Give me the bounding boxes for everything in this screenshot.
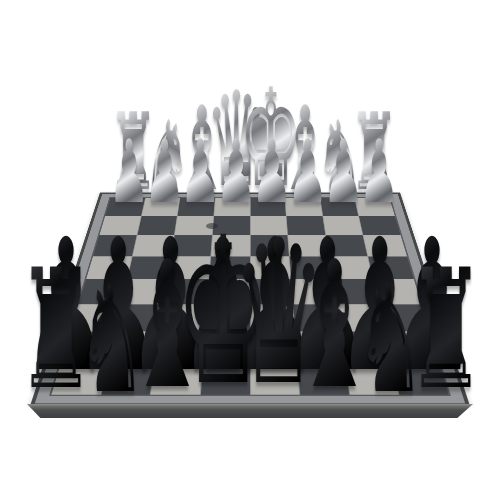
piece-silver-bishop: ♝ — [175, 90, 230, 206]
square — [345, 362, 399, 395]
square — [213, 216, 250, 235]
square — [250, 304, 294, 331]
square — [392, 362, 448, 395]
square — [323, 216, 363, 235]
square — [93, 235, 136, 256]
square — [142, 198, 180, 216]
square — [201, 362, 250, 395]
square — [386, 332, 439, 362]
square — [364, 235, 407, 256]
square — [379, 304, 429, 331]
square — [290, 256, 332, 278]
square — [250, 256, 290, 278]
square — [205, 304, 249, 331]
square — [172, 235, 212, 256]
square — [208, 279, 250, 304]
piece-silver-rook: ♜ — [108, 100, 158, 206]
square — [86, 256, 131, 278]
square — [250, 362, 299, 395]
square — [250, 198, 286, 216]
square — [105, 198, 145, 216]
square — [203, 332, 249, 362]
square — [250, 332, 296, 362]
square — [250, 279, 292, 304]
square — [250, 216, 287, 235]
square — [287, 216, 325, 235]
square — [359, 216, 400, 235]
square — [109, 332, 160, 362]
square — [336, 304, 384, 331]
square — [156, 332, 205, 362]
square — [151, 362, 202, 395]
square — [214, 198, 250, 216]
square — [178, 198, 215, 216]
piece-silver-knight: ♞ — [316, 107, 363, 206]
square — [127, 256, 171, 278]
chess-board — [30, 193, 470, 406]
square — [115, 304, 163, 331]
square — [122, 279, 168, 304]
square — [71, 304, 121, 331]
square — [99, 216, 140, 235]
square — [291, 279, 335, 304]
square — [132, 235, 174, 256]
square — [368, 256, 413, 278]
square — [165, 279, 209, 304]
piece-silver-king: ♚ — [239, 71, 303, 206]
square — [288, 235, 328, 256]
square — [333, 279, 379, 304]
square — [326, 235, 368, 256]
square — [250, 235, 289, 256]
square — [51, 362, 107, 395]
square — [320, 198, 358, 216]
chess-set-photo: ♜♞♝♛♚♝♞♜♟♟♟♟♟♟♟♟♟♟♟♟♟♟♟♟♜♞♝♚♛♝♞♜ — [0, 0, 500, 500]
piece-silver-queen: ♛ — [205, 75, 267, 206]
square — [137, 216, 177, 235]
piece-silver-bishop: ♝ — [278, 90, 333, 206]
square — [285, 198, 322, 216]
square — [329, 256, 373, 278]
piece-silver-rook: ♜ — [349, 100, 399, 206]
board-front-edge — [27, 404, 473, 418]
piece-silver-knight: ♞ — [144, 107, 191, 206]
square — [293, 304, 339, 331]
square — [101, 362, 155, 395]
board-grid — [49, 197, 451, 396]
square — [340, 332, 391, 362]
square — [374, 279, 422, 304]
square — [209, 256, 249, 278]
square — [79, 279, 127, 304]
square — [355, 198, 395, 216]
square — [61, 332, 114, 362]
square — [160, 304, 206, 331]
square — [168, 256, 210, 278]
square — [295, 332, 344, 362]
board-smudge-mark — [206, 223, 218, 229]
square — [298, 362, 349, 395]
square — [211, 235, 250, 256]
